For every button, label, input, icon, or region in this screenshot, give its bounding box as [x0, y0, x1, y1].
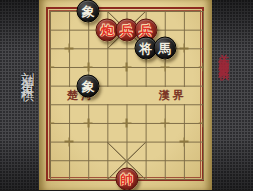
point-marker [122, 119, 131, 128]
video-frame: 楚河 漢界 象炮兵兵将馬象帥 刘博主象棋 关注刘博主象棋 [0, 0, 253, 190]
point-marker [199, 63, 208, 72]
piece-label: 象 [82, 79, 95, 92]
xiangqi-board: 楚河 漢界 象炮兵兵将馬象帥 [39, 0, 212, 190]
piece-black-horse[interactable]: 馬 [153, 37, 176, 60]
point-marker [179, 44, 188, 53]
point-marker [160, 119, 169, 128]
board-grid[interactable]: 楚河 漢界 象炮兵兵将馬象帥 [50, 11, 204, 180]
point-marker [65, 137, 74, 146]
point-marker [199, 119, 208, 128]
piece-label: 馬 [158, 42, 171, 55]
piece-red-general[interactable]: 帥 [115, 168, 138, 191]
piece-label: 象 [82, 5, 95, 18]
channel-watermark: 刘博主象棋 [19, 61, 37, 81]
right-panel-vignette [212, 0, 253, 190]
point-marker [160, 63, 169, 72]
river-label-han: 漢界 [159, 88, 187, 103]
piece-black-elephant[interactable]: 象 [77, 0, 100, 23]
piece-label: 兵 [120, 23, 133, 36]
side-caption: 关注刘博主象棋 [215, 45, 230, 63]
left-panel-vignette [0, 0, 39, 190]
piece-label: 炮 [101, 23, 114, 36]
point-marker [122, 63, 131, 72]
point-marker [84, 63, 93, 72]
piece-label: 兵 [139, 23, 152, 36]
left-panel [0, 0, 39, 190]
piece-black-elephant[interactable]: 象 [77, 74, 100, 97]
point-marker [179, 137, 188, 146]
point-marker [84, 119, 93, 128]
right-panel [212, 0, 253, 190]
piece-label: 将 [139, 42, 152, 55]
piece-label: 帥 [120, 173, 133, 186]
point-marker [65, 44, 74, 53]
